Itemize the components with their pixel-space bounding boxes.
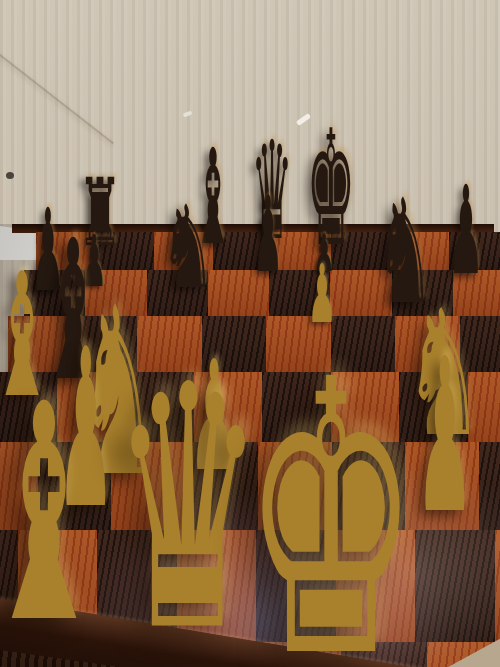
pieces-layer: ♛♚♝♜♟♟♟♞♟♟♞♟♝♝♞♞♟♟♟♛♝♚ [0,0,500,667]
white-king[interactable]: ♚ [243,331,419,667]
white-bishop[interactable]: ♝ [0,366,106,665]
white-queen[interactable]: ♛ [113,341,264,667]
black-knight[interactable]: ♞ [161,190,216,305]
white-pawn[interactable]: ♟ [416,329,474,542]
black-pawn[interactable]: ♟ [253,182,283,287]
chess-photo-scene: ♛♚♝♜♟♟♟♞♟♟♞♟♝♝♞♞♟♟♟♛♝♚ [0,0,500,667]
